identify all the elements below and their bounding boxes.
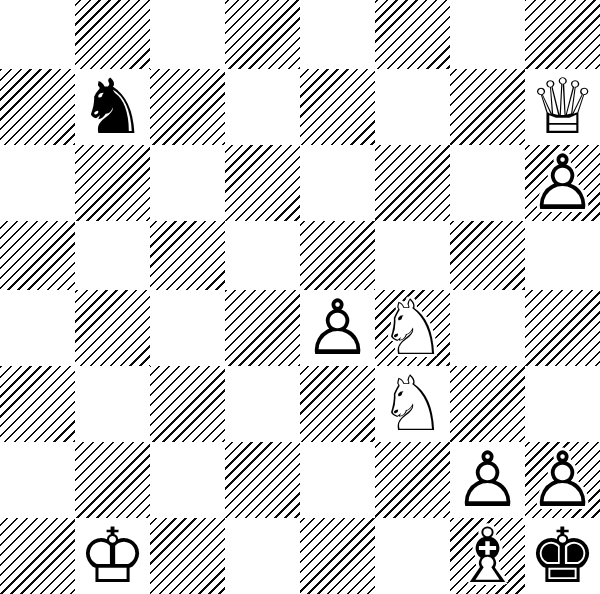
square-a3[interactable] xyxy=(0,366,75,442)
square-e7[interactable] xyxy=(300,69,375,145)
square-b8[interactable] xyxy=(75,0,150,69)
square-d7[interactable] xyxy=(225,69,300,145)
square-c5[interactable] xyxy=(150,221,225,290)
chess-diagram: ♞♕♟♙♙♞♘♘♙♟♙♔♝♗♚ xyxy=(0,0,600,594)
square-f2[interactable] xyxy=(375,442,450,518)
white-knight[interactable]: ♘ xyxy=(378,290,446,366)
square-b1[interactable]: ♔ xyxy=(75,518,150,594)
square-g2[interactable]: ♙ xyxy=(450,442,525,518)
white-bishop[interactable]: ♗ xyxy=(453,518,521,594)
square-f3[interactable]: ♘ xyxy=(375,366,450,442)
white-king[interactable]: ♔ xyxy=(78,518,146,594)
square-c8[interactable] xyxy=(150,0,225,69)
square-h8[interactable] xyxy=(525,0,600,69)
square-d6[interactable] xyxy=(225,145,300,221)
square-g5[interactable] xyxy=(450,221,525,290)
square-g8[interactable] xyxy=(450,0,525,69)
square-a6[interactable] xyxy=(0,145,75,221)
square-e3[interactable] xyxy=(300,366,375,442)
square-d5[interactable] xyxy=(225,221,300,290)
square-a1[interactable] xyxy=(0,518,75,594)
square-h1[interactable]: ♚ xyxy=(525,518,600,594)
square-h7[interactable]: ♕ xyxy=(525,69,600,145)
square-f7[interactable] xyxy=(375,69,450,145)
square-c3[interactable] xyxy=(150,366,225,442)
white-pawn[interactable]: ♙ xyxy=(453,442,521,518)
square-e4[interactable]: ♙ xyxy=(300,290,375,366)
square-f1[interactable] xyxy=(375,518,450,594)
square-f5[interactable] xyxy=(375,221,450,290)
square-f4[interactable]: ♞♘ xyxy=(375,290,450,366)
black-knight[interactable]: ♞ xyxy=(78,69,146,145)
white-pawn[interactable]: ♙ xyxy=(528,442,596,518)
white-pawn[interactable]: ♙ xyxy=(528,145,596,221)
square-g6[interactable] xyxy=(450,145,525,221)
square-c4[interactable] xyxy=(150,290,225,366)
square-d4[interactable] xyxy=(225,290,300,366)
square-e6[interactable] xyxy=(300,145,375,221)
white-knight[interactable]: ♘ xyxy=(378,366,446,442)
square-f6[interactable] xyxy=(375,145,450,221)
square-d3[interactable] xyxy=(225,366,300,442)
square-a4[interactable] xyxy=(0,290,75,366)
square-g1[interactable]: ♝♗ xyxy=(450,518,525,594)
black-king[interactable]: ♚ xyxy=(528,518,596,594)
square-e1[interactable] xyxy=(300,518,375,594)
chess-board: ♞♕♟♙♙♞♘♘♙♟♙♔♝♗♚ xyxy=(0,0,600,594)
square-b7[interactable]: ♞ xyxy=(75,69,150,145)
square-b6[interactable] xyxy=(75,145,150,221)
white-pawn[interactable]: ♙ xyxy=(303,290,371,366)
square-c7[interactable] xyxy=(150,69,225,145)
square-e5[interactable] xyxy=(300,221,375,290)
square-f8[interactable] xyxy=(375,0,450,69)
square-c1[interactable] xyxy=(150,518,225,594)
square-g7[interactable] xyxy=(450,69,525,145)
square-h3[interactable] xyxy=(525,366,600,442)
square-a7[interactable] xyxy=(0,69,75,145)
square-d1[interactable] xyxy=(225,518,300,594)
square-b3[interactable] xyxy=(75,366,150,442)
square-d2[interactable] xyxy=(225,442,300,518)
square-e8[interactable] xyxy=(300,0,375,69)
square-a2[interactable] xyxy=(0,442,75,518)
square-c6[interactable] xyxy=(150,145,225,221)
square-c2[interactable] xyxy=(150,442,225,518)
square-g4[interactable] xyxy=(450,290,525,366)
square-h6[interactable]: ♟♙ xyxy=(525,145,600,221)
square-b2[interactable] xyxy=(75,442,150,518)
square-a5[interactable] xyxy=(0,221,75,290)
square-g3[interactable] xyxy=(450,366,525,442)
square-b5[interactable] xyxy=(75,221,150,290)
square-h4[interactable] xyxy=(525,290,600,366)
square-a8[interactable] xyxy=(0,0,75,69)
square-e2[interactable] xyxy=(300,442,375,518)
square-b4[interactable] xyxy=(75,290,150,366)
square-d8[interactable] xyxy=(225,0,300,69)
white-queen[interactable]: ♕ xyxy=(528,69,596,145)
square-h5[interactable] xyxy=(525,221,600,290)
square-h2[interactable]: ♟♙ xyxy=(525,442,600,518)
